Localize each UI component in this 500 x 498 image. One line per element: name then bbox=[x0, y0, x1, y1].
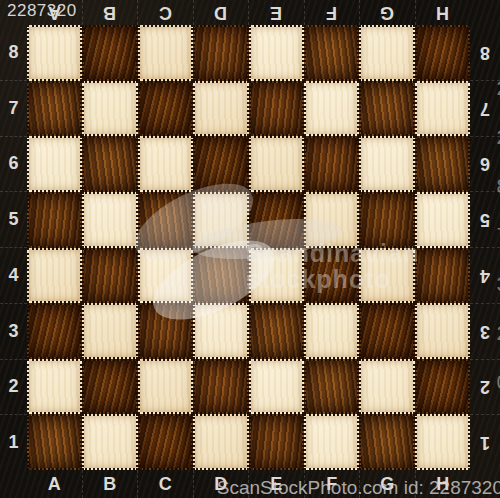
square-b1[interactable] bbox=[82, 414, 137, 470]
rank-label-left-7: 7 bbox=[0, 80, 27, 136]
square-h7[interactable] bbox=[415, 81, 470, 137]
file-label-top-c: C bbox=[137, 0, 193, 25]
square-b3[interactable] bbox=[82, 303, 137, 359]
square-c1[interactable] bbox=[138, 414, 193, 470]
file-label-top-g: G bbox=[359, 0, 415, 25]
watermark-photo-id: 2287320 bbox=[7, 1, 77, 21]
watermark-center-line2: stockphoto bbox=[246, 266, 419, 292]
square-c6[interactable] bbox=[138, 136, 193, 192]
stock-photo-frame: ABCDEFGH 87654321 87654321 ABCDEFGH Scan… bbox=[0, 0, 500, 498]
rank-label-left-8: 8 bbox=[0, 25, 27, 80]
square-c2[interactable] bbox=[138, 359, 193, 415]
square-a4[interactable] bbox=[27, 248, 82, 304]
rank-label-left-1: 1 bbox=[0, 414, 27, 470]
square-g7[interactable] bbox=[359, 81, 414, 137]
watermark-center-line1: Scandinavian bbox=[246, 240, 419, 266]
square-f3[interactable] bbox=[304, 303, 359, 359]
square-d7[interactable] bbox=[193, 81, 248, 137]
file-labels-top: ABCDEFGH bbox=[27, 0, 470, 25]
square-b2[interactable] bbox=[82, 359, 137, 415]
square-d1[interactable] bbox=[193, 414, 248, 470]
square-b4[interactable] bbox=[82, 248, 137, 304]
square-e8[interactable] bbox=[249, 25, 304, 81]
square-e3[interactable] bbox=[249, 303, 304, 359]
square-g2[interactable] bbox=[359, 359, 414, 415]
square-h2[interactable] bbox=[415, 359, 470, 415]
square-a2[interactable] bbox=[27, 359, 82, 415]
square-g6[interactable] bbox=[359, 136, 414, 192]
square-h6[interactable] bbox=[415, 136, 470, 192]
square-g8[interactable] bbox=[359, 25, 414, 81]
rank-label-left-4: 4 bbox=[0, 247, 27, 303]
square-a1[interactable] bbox=[27, 414, 82, 470]
square-h3[interactable] bbox=[415, 303, 470, 359]
square-g1[interactable] bbox=[359, 414, 414, 470]
square-b8[interactable] bbox=[82, 25, 137, 81]
file-label-top-e: E bbox=[248, 0, 304, 25]
square-f8[interactable] bbox=[304, 25, 359, 81]
watermark-bottom-text: ScanStockPhoto.com id: 2287320 bbox=[217, 477, 500, 498]
file-label-top-b: B bbox=[82, 0, 138, 25]
square-e7[interactable] bbox=[249, 81, 304, 137]
square-a7[interactable] bbox=[27, 81, 82, 137]
square-a6[interactable] bbox=[27, 136, 82, 192]
square-f7[interactable] bbox=[304, 81, 359, 137]
square-g3[interactable] bbox=[359, 303, 414, 359]
square-h5[interactable] bbox=[415, 192, 470, 248]
square-a8[interactable] bbox=[27, 25, 82, 81]
rank-label-left-6: 6 bbox=[0, 136, 27, 192]
square-e2[interactable] bbox=[249, 359, 304, 415]
square-h4[interactable] bbox=[415, 248, 470, 304]
square-c8[interactable] bbox=[138, 25, 193, 81]
square-c7[interactable] bbox=[138, 81, 193, 137]
file-label-top-f: F bbox=[304, 0, 360, 25]
rank-label-right-1: 1 bbox=[470, 414, 500, 470]
square-b7[interactable] bbox=[82, 81, 137, 137]
square-a3[interactable] bbox=[27, 303, 82, 359]
square-a5[interactable] bbox=[27, 192, 82, 248]
file-label-bottom-b: B bbox=[82, 470, 138, 498]
rank-labels-left: 87654321 bbox=[0, 25, 27, 470]
rank-label-left-5: 5 bbox=[0, 191, 27, 247]
square-d8[interactable] bbox=[193, 25, 248, 81]
square-b6[interactable] bbox=[82, 136, 137, 192]
square-f2[interactable] bbox=[304, 359, 359, 415]
watermark-vertical-id: 2287320 bbox=[490, 76, 500, 419]
file-label-top-h: H bbox=[415, 0, 471, 25]
square-h1[interactable] bbox=[415, 414, 470, 470]
file-label-bottom-a: A bbox=[27, 470, 82, 498]
rank-label-left-3: 3 bbox=[0, 303, 27, 359]
rank-label-left-2: 2 bbox=[0, 359, 27, 415]
rank-label-right-8: 8 bbox=[470, 25, 500, 80]
square-f1[interactable] bbox=[304, 414, 359, 470]
square-e6[interactable] bbox=[249, 136, 304, 192]
file-label-bottom-c: C bbox=[137, 470, 193, 498]
file-label-top-d: D bbox=[193, 0, 249, 25]
square-f6[interactable] bbox=[304, 136, 359, 192]
watermark-center-text: Scandinavian stockphoto bbox=[246, 240, 419, 292]
square-b5[interactable] bbox=[82, 192, 137, 248]
square-h8[interactable] bbox=[415, 25, 470, 81]
square-e1[interactable] bbox=[249, 414, 304, 470]
square-d2[interactable] bbox=[193, 359, 248, 415]
